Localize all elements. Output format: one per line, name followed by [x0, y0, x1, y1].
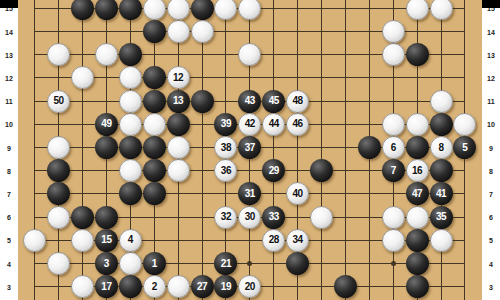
- white-stone[interactable]: [167, 136, 190, 159]
- white-stone[interactable]: [382, 229, 405, 252]
- move-number: 38: [221, 143, 231, 153]
- row-label-right-11: 11: [482, 98, 500, 105]
- black-stone[interactable]: [95, 206, 118, 229]
- white-stone[interactable]: [119, 66, 142, 89]
- black-stone[interactable]: [143, 182, 166, 205]
- black-stone[interactable]: [406, 43, 429, 66]
- black-stone[interactable]: [430, 113, 453, 136]
- row-label-right-10: 10: [482, 121, 500, 128]
- grid-line-horizontal: [34, 77, 465, 78]
- move-number: 50: [54, 96, 64, 106]
- black-stone[interactable]: [119, 0, 142, 20]
- move-number: 39: [221, 119, 231, 129]
- move-number: 19: [221, 282, 231, 292]
- black-stone[interactable]: [47, 159, 70, 182]
- move-number: 3: [104, 259, 109, 269]
- row-label-left-8: 8: [0, 167, 18, 174]
- black-stone[interactable]: [310, 159, 333, 182]
- black-stone[interactable]: [191, 90, 214, 113]
- move-number: 4: [128, 235, 133, 245]
- row-label-left-7: 7: [0, 190, 18, 197]
- white-stone-move-44[interactable]: 44: [262, 113, 285, 136]
- move-number: 46: [293, 119, 303, 129]
- move-number: 49: [101, 119, 111, 129]
- white-stone-move-32[interactable]: 32: [214, 206, 237, 229]
- move-number: 34: [293, 235, 303, 245]
- move-number: 17: [101, 282, 111, 292]
- white-stone[interactable]: [47, 136, 70, 159]
- white-stone-move-50[interactable]: 50: [47, 90, 70, 113]
- white-stone[interactable]: [430, 0, 453, 20]
- row-label-left-12: 12: [0, 74, 18, 81]
- black-stone-move-5[interactable]: 5: [453, 136, 476, 159]
- black-stone[interactable]: [143, 136, 166, 159]
- row-label-right-4: 4: [482, 260, 500, 267]
- white-stone[interactable]: [238, 43, 261, 66]
- move-number: 41: [436, 189, 446, 199]
- white-stone-move-4[interactable]: 4: [119, 229, 142, 252]
- black-stone-move-35[interactable]: 35: [430, 206, 453, 229]
- row-label-left-10: 10: [0, 121, 18, 128]
- move-number: 44: [269, 119, 279, 129]
- white-stone[interactable]: [167, 0, 190, 20]
- white-stone-move-34[interactable]: 34: [286, 229, 309, 252]
- white-stone[interactable]: [119, 113, 142, 136]
- move-number: 5: [462, 143, 467, 153]
- white-stone-move-8[interactable]: 8: [430, 136, 453, 159]
- white-stone[interactable]: [310, 206, 333, 229]
- white-stone[interactable]: [382, 43, 405, 66]
- grid-line-vertical: [321, 0, 322, 300]
- white-stone[interactable]: [95, 43, 118, 66]
- black-stone[interactable]: [430, 159, 453, 182]
- white-stone-move-16[interactable]: 16: [406, 159, 429, 182]
- row-label-right-12: 12: [482, 74, 500, 81]
- black-stone[interactable]: [167, 113, 190, 136]
- black-stone[interactable]: [95, 0, 118, 20]
- black-stone-move-31[interactable]: 31: [238, 182, 261, 205]
- black-stone[interactable]: [191, 0, 214, 20]
- move-number: 15: [101, 235, 111, 245]
- move-number: 35: [436, 212, 446, 222]
- white-stone[interactable]: [167, 20, 190, 43]
- black-stone-move-43[interactable]: 43: [238, 90, 261, 113]
- row-label-left-13: 13: [0, 51, 18, 58]
- row-label-left-6: 6: [0, 214, 18, 221]
- black-stone-move-49[interactable]: 49: [95, 113, 118, 136]
- row-label-left-4: 4: [0, 260, 18, 267]
- black-stone-move-33[interactable]: 33: [262, 206, 285, 229]
- row-label-right-6: 6: [482, 214, 500, 221]
- move-number: 42: [245, 119, 255, 129]
- move-number: 2: [152, 282, 157, 292]
- white-stone[interactable]: [406, 0, 429, 20]
- corner-mask-top-left: [0, 0, 18, 8]
- black-stone-move-45[interactable]: 45: [262, 90, 285, 113]
- white-stone[interactable]: [214, 0, 237, 20]
- row-label-left-9: 9: [0, 144, 18, 151]
- row-label-left-3: 3: [0, 283, 18, 290]
- white-stone[interactable]: [143, 0, 166, 20]
- move-number: 20: [245, 282, 255, 292]
- row-label-right-5: 5: [482, 237, 500, 244]
- move-number: 47: [412, 189, 422, 199]
- white-stone[interactable]: [406, 113, 429, 136]
- grid-line-vertical: [34, 0, 35, 300]
- black-stone-move-17[interactable]: 17: [95, 275, 118, 298]
- black-stone-move-7[interactable]: 7: [382, 159, 405, 182]
- move-number: 36: [221, 166, 231, 176]
- move-number: 8: [438, 143, 443, 153]
- white-stone-move-46[interactable]: 46: [286, 113, 309, 136]
- move-number: 31: [245, 189, 255, 199]
- black-stone-move-1[interactable]: 1: [143, 252, 166, 275]
- white-stone[interactable]: [167, 159, 190, 182]
- white-stone[interactable]: [143, 113, 166, 136]
- black-stone[interactable]: [71, 206, 94, 229]
- black-stone[interactable]: [95, 136, 118, 159]
- black-stone-move-21[interactable]: 21: [214, 252, 237, 275]
- white-stone-move-28[interactable]: 28: [262, 229, 285, 252]
- white-stone[interactable]: [430, 90, 453, 113]
- move-number: 7: [391, 166, 396, 176]
- row-label-right-8: 8: [482, 167, 500, 174]
- grid-line-vertical: [82, 0, 83, 300]
- black-stone[interactable]: [47, 182, 70, 205]
- move-number: 27: [197, 282, 207, 292]
- black-stone-move-3[interactable]: 3: [95, 252, 118, 275]
- black-stone[interactable]: [406, 275, 429, 298]
- star-point: [247, 261, 252, 266]
- white-stone[interactable]: [119, 159, 142, 182]
- white-stone[interactable]: [238, 0, 261, 20]
- black-stone-move-47[interactable]: 47: [406, 182, 429, 205]
- white-stone[interactable]: [71, 275, 94, 298]
- grid-line-vertical: [345, 0, 346, 300]
- row-label-right-13: 13: [482, 51, 500, 58]
- black-stone[interactable]: [119, 182, 142, 205]
- black-stone-move-19[interactable]: 19: [214, 275, 237, 298]
- row-label-left-11: 11: [0, 98, 18, 105]
- white-stone-move-12[interactable]: 12: [167, 66, 190, 89]
- white-stone-move-20[interactable]: 20: [238, 275, 261, 298]
- black-stone[interactable]: [143, 90, 166, 113]
- black-stone-move-27[interactable]: 27: [191, 275, 214, 298]
- row-label-left-5: 5: [0, 237, 18, 244]
- black-stone[interactable]: [119, 136, 142, 159]
- white-stone[interactable]: [453, 113, 476, 136]
- white-stone[interactable]: [47, 43, 70, 66]
- white-stone-move-6[interactable]: 6: [382, 136, 405, 159]
- white-stone[interactable]: [382, 206, 405, 229]
- black-stone[interactable]: [119, 275, 142, 298]
- move-number: 37: [245, 143, 255, 153]
- row-label-right-14: 14: [482, 28, 500, 35]
- white-stone[interactable]: [119, 90, 142, 113]
- black-stone[interactable]: [143, 66, 166, 89]
- black-stone[interactable]: [143, 159, 166, 182]
- white-stone[interactable]: [23, 229, 46, 252]
- move-number: 12: [173, 73, 183, 83]
- white-stone-move-2[interactable]: 2: [143, 275, 166, 298]
- white-stone-move-30[interactable]: 30: [238, 206, 261, 229]
- move-number: 45: [269, 96, 279, 106]
- move-number: 13: [173, 96, 183, 106]
- white-stone-move-36[interactable]: 36: [214, 159, 237, 182]
- white-stone[interactable]: [47, 206, 70, 229]
- black-stone[interactable]: [143, 20, 166, 43]
- white-stone-move-38[interactable]: 38: [214, 136, 237, 159]
- white-stone-move-48[interactable]: 48: [286, 90, 309, 113]
- move-number: 6: [391, 143, 396, 153]
- corner-mask-top-right: [482, 0, 500, 8]
- go-board[interactable]: 1250134345484939424446383768536297163140…: [0, 0, 500, 300]
- white-stone[interactable]: [430, 229, 453, 252]
- black-stone[interactable]: [119, 43, 142, 66]
- black-stone-move-29[interactable]: 29: [262, 159, 285, 182]
- grid-line-vertical: [273, 0, 274, 300]
- move-number: 48: [293, 96, 303, 106]
- white-stone-move-42[interactable]: 42: [238, 113, 261, 136]
- move-number: 1: [152, 259, 157, 269]
- grid-line-vertical: [202, 0, 203, 300]
- move-number: 29: [269, 166, 279, 176]
- black-stone-move-13[interactable]: 13: [167, 90, 190, 113]
- white-stone[interactable]: [191, 20, 214, 43]
- move-number: 21: [221, 259, 231, 269]
- black-stone[interactable]: [406, 252, 429, 275]
- move-number: 16: [412, 166, 422, 176]
- star-point: [391, 261, 396, 266]
- move-number: 30: [245, 212, 255, 222]
- move-number: 43: [245, 96, 255, 106]
- black-stone-move-39[interactable]: 39: [214, 113, 237, 136]
- black-stone[interactable]: [334, 275, 357, 298]
- move-number: 28: [269, 235, 279, 245]
- white-stone[interactable]: [406, 206, 429, 229]
- row-label-left-14: 14: [0, 28, 18, 35]
- row-label-right-3: 3: [482, 283, 500, 290]
- black-stone[interactable]: [406, 136, 429, 159]
- white-stone[interactable]: [71, 229, 94, 252]
- black-stone[interactable]: [406, 229, 429, 252]
- white-stone[interactable]: [119, 252, 142, 275]
- move-number: 32: [221, 212, 231, 222]
- white-stone[interactable]: [47, 252, 70, 275]
- black-stone[interactable]: [286, 252, 309, 275]
- black-stone-move-41[interactable]: 41: [430, 182, 453, 205]
- move-number: 40: [293, 189, 303, 199]
- row-label-right-9: 9: [482, 144, 500, 151]
- row-label-right-7: 7: [482, 190, 500, 197]
- black-stone-move-37[interactable]: 37: [238, 136, 261, 159]
- white-stone[interactable]: [382, 113, 405, 136]
- black-stone-move-15[interactable]: 15: [95, 229, 118, 252]
- move-number: 33: [269, 212, 279, 222]
- black-stone[interactable]: [358, 136, 381, 159]
- go-board-diagram: 1250134345484939424446383768536297163140…: [0, 0, 500, 300]
- white-stone[interactable]: [167, 275, 190, 298]
- white-stone[interactable]: [382, 20, 405, 43]
- white-stone[interactable]: [71, 66, 94, 89]
- white-stone-move-40[interactable]: 40: [286, 182, 309, 205]
- black-stone[interactable]: [71, 0, 94, 20]
